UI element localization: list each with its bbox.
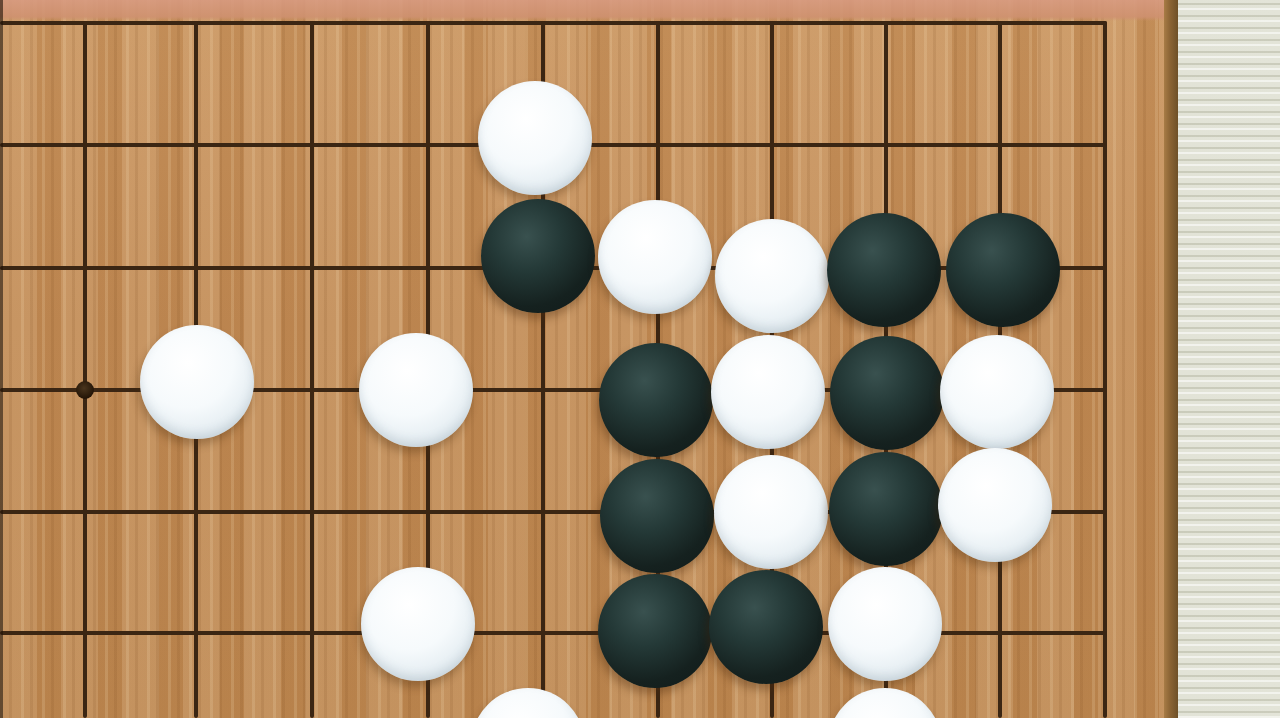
black-stone: [946, 213, 1060, 327]
white-stone: [471, 688, 585, 718]
board-right-edge: [1164, 0, 1178, 718]
white-stone: [940, 335, 1054, 449]
go-board: [0, 0, 1164, 718]
star-point-hoshi: [76, 381, 94, 399]
white-stone: [715, 219, 829, 333]
grid-line-v-1: [83, 21, 87, 718]
white-stone: [714, 455, 828, 569]
black-stone: [481, 199, 595, 313]
black-stone: [829, 452, 943, 566]
black-stone: [827, 213, 941, 327]
grid-line-h-1: [0, 21, 1107, 25]
black-stone: [598, 574, 712, 688]
white-stone: [478, 81, 592, 195]
white-stone: [828, 688, 942, 718]
white-stone: [598, 200, 712, 314]
black-stone: [830, 336, 944, 450]
white-stone: [359, 333, 473, 447]
go-video-frame: [0, 0, 1280, 718]
board-top-margin: [0, 0, 1164, 21]
black-stone: [599, 343, 713, 457]
black-stone: [709, 570, 823, 684]
white-stone: [828, 567, 942, 681]
white-stone: [361, 567, 475, 681]
black-stone: [600, 459, 714, 573]
frame-left-edge-line: [0, 0, 3, 718]
white-stone: [140, 325, 254, 439]
white-stone: [711, 335, 825, 449]
white-stone: [938, 448, 1052, 562]
grid-line-v-3: [310, 21, 314, 718]
grid-line-v-10: [1103, 21, 1107, 718]
